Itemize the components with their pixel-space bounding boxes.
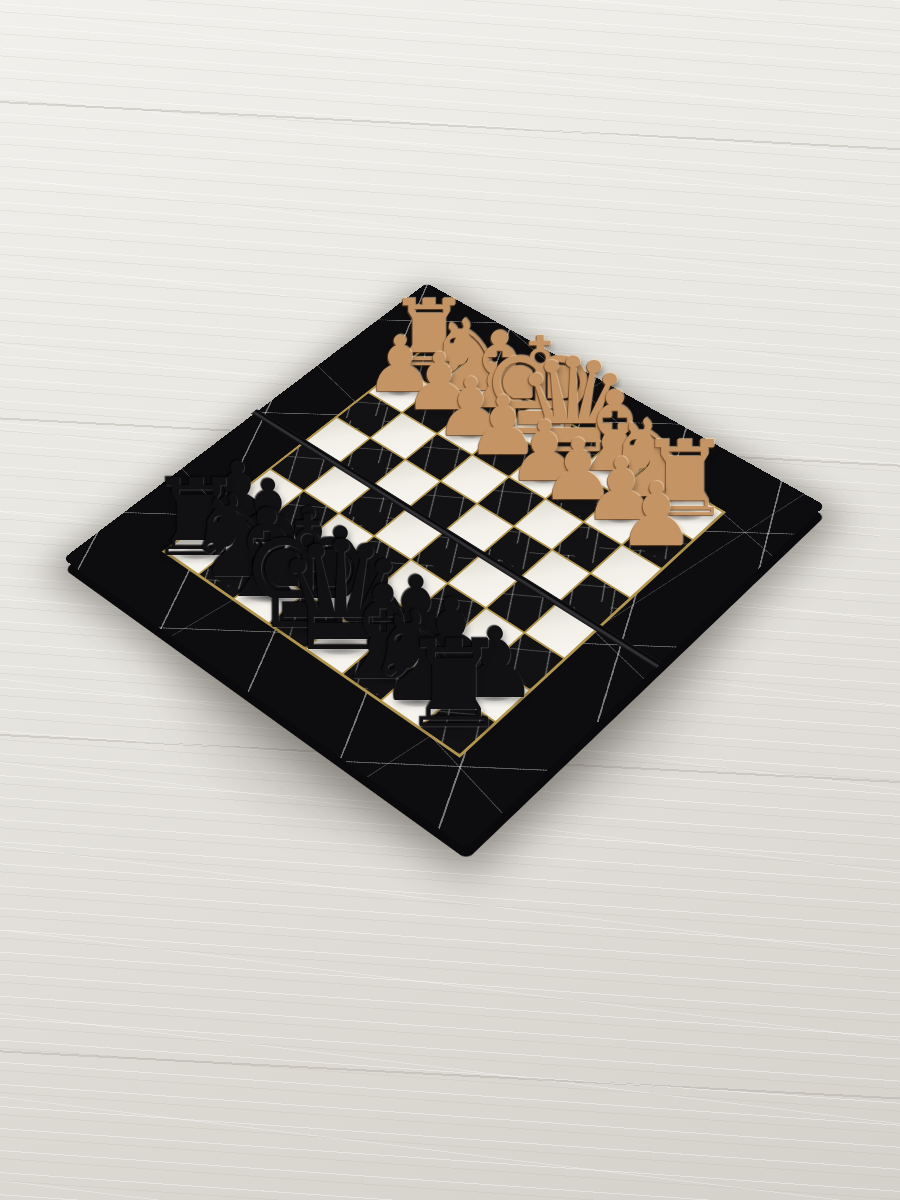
piece-black-rook[interactable]: ♜ xyxy=(400,623,508,744)
scene: ♜♞♟♝♟♚♟♛♟♝♟♞♟♜♟♟♟♟♜♟♞♟♝♟♚♟♛♟♝♟♞♜ xyxy=(0,0,900,1200)
pieces-layer: ♜♞♟♝♟♚♟♛♟♝♟♞♟♜♟♟♟♟♜♟♞♟♝♟♚♟♛♟♝♟♞♜ xyxy=(0,0,900,1200)
piece-white-pawn[interactable]: ♟ xyxy=(617,472,696,560)
